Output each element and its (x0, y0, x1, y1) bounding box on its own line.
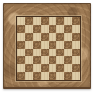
square-e7[interactable] (49, 25, 57, 33)
square-g2[interactable] (64, 64, 72, 72)
square-a3[interactable] (17, 56, 25, 64)
square-h3[interactable] (72, 56, 80, 64)
square-h4[interactable] (72, 49, 80, 57)
square-h8[interactable] (72, 17, 80, 25)
square-a5[interactable] (17, 41, 25, 49)
square-d6[interactable] (41, 33, 49, 41)
square-a1[interactable] (17, 72, 25, 80)
square-f6[interactable] (56, 33, 64, 41)
square-c6[interactable] (33, 33, 41, 41)
square-b1[interactable] (25, 72, 33, 80)
square-g4[interactable] (64, 49, 72, 57)
square-e3[interactable] (49, 56, 57, 64)
square-c3[interactable] (33, 56, 41, 64)
square-g8[interactable] (64, 17, 72, 25)
square-g6[interactable] (64, 33, 72, 41)
square-g7[interactable] (64, 25, 72, 33)
square-h7[interactable] (72, 25, 80, 33)
square-f8[interactable] (56, 17, 64, 25)
square-b3[interactable] (25, 56, 33, 64)
square-g3[interactable] (64, 56, 72, 64)
square-b4[interactable] (25, 49, 33, 57)
square-c4[interactable] (33, 49, 41, 57)
square-h2[interactable] (72, 64, 80, 72)
square-d7[interactable] (41, 25, 49, 33)
product-photo (0, 0, 96, 96)
square-f4[interactable] (56, 49, 64, 57)
square-h5[interactable] (72, 41, 80, 49)
square-f5[interactable] (56, 41, 64, 49)
square-b5[interactable] (25, 41, 33, 49)
square-d3[interactable] (41, 56, 49, 64)
square-b7[interactable] (25, 25, 33, 33)
square-e5[interactable] (49, 41, 57, 49)
square-e8[interactable] (49, 17, 57, 25)
square-d2[interactable] (41, 64, 49, 72)
square-e4[interactable] (49, 49, 57, 57)
square-b2[interactable] (25, 64, 33, 72)
square-a6[interactable] (17, 33, 25, 41)
square-a4[interactable] (17, 49, 25, 57)
square-f2[interactable] (56, 64, 64, 72)
square-a2[interactable] (17, 64, 25, 72)
square-d5[interactable] (41, 41, 49, 49)
square-a7[interactable] (17, 25, 25, 33)
square-e2[interactable] (49, 64, 57, 72)
playing-area (16, 16, 81, 81)
square-c7[interactable] (33, 25, 41, 33)
square-c8[interactable] (33, 17, 41, 25)
square-h6[interactable] (72, 33, 80, 41)
square-c2[interactable] (33, 64, 41, 72)
square-e6[interactable] (49, 33, 57, 41)
square-c1[interactable] (33, 72, 41, 80)
square-f3[interactable] (56, 56, 64, 64)
square-c5[interactable] (33, 41, 41, 49)
square-b8[interactable] (25, 17, 33, 25)
square-f1[interactable] (56, 72, 64, 80)
square-d1[interactable] (41, 72, 49, 80)
square-h1[interactable] (72, 72, 80, 80)
square-b6[interactable] (25, 33, 33, 41)
square-f7[interactable] (56, 25, 64, 33)
square-g1[interactable] (64, 72, 72, 80)
square-g5[interactable] (64, 41, 72, 49)
square-d8[interactable] (41, 17, 49, 25)
square-d4[interactable] (41, 49, 49, 57)
square-a8[interactable] (17, 17, 25, 25)
square-e1[interactable] (49, 72, 57, 80)
chess-board (3, 3, 91, 89)
